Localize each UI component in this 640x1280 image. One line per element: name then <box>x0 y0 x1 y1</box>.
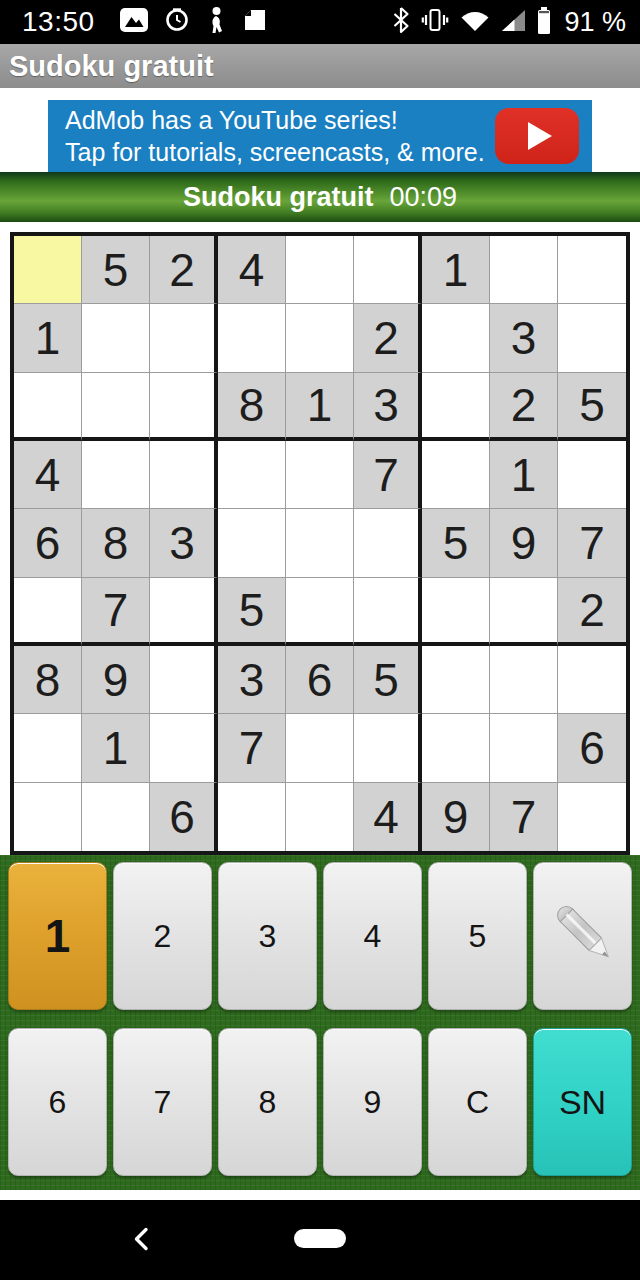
cell-r2c6[interactable]: 2 <box>354 304 422 372</box>
cell-r4c5[interactable] <box>286 441 354 509</box>
key-7[interactable]: 7 <box>113 1028 212 1176</box>
ad-text: AdMob has a YouTube series! Tap for tuto… <box>48 104 485 168</box>
cell-r3c5[interactable]: 1 <box>286 373 354 441</box>
key-pencil[interactable] <box>533 862 632 1010</box>
cell-r5c2[interactable]: 8 <box>82 509 150 577</box>
cell-r6c3[interactable] <box>150 578 218 646</box>
cell-r4c2[interactable] <box>82 441 150 509</box>
cell-r9c7[interactable]: 9 <box>422 783 490 851</box>
game-title: Sudoku gratuit <box>183 182 374 213</box>
cell-r6c7[interactable] <box>422 578 490 646</box>
notification-icons <box>119 6 268 38</box>
photos-icon <box>119 7 149 37</box>
cell-r4c9[interactable] <box>558 441 626 509</box>
cell-r1c5[interactable] <box>286 236 354 304</box>
key-8[interactable]: 8 <box>218 1028 317 1176</box>
cell-r2c3[interactable] <box>150 304 218 372</box>
cell-r3c4[interactable]: 8 <box>218 373 286 441</box>
cell-r8c4[interactable]: 7 <box>218 714 286 782</box>
cell-r3c7[interactable] <box>422 373 490 441</box>
key-clear[interactable]: C <box>428 1028 527 1176</box>
cell-signal-icon <box>501 9 526 36</box>
cell-r3c2[interactable] <box>82 373 150 441</box>
cell-r4c1[interactable]: 4 <box>14 441 82 509</box>
cell-r9c5[interactable] <box>286 783 354 851</box>
cell-r2c1[interactable]: 1 <box>14 304 82 372</box>
cell-r1c4[interactable]: 4 <box>218 236 286 304</box>
battery-icon <box>537 7 551 38</box>
cell-r2c2[interactable] <box>82 304 150 372</box>
home-pill[interactable] <box>294 1229 346 1248</box>
ad-line2: Tap for tutorials, screencasts, & more. <box>65 136 485 168</box>
cell-r6c4[interactable]: 5 <box>218 578 286 646</box>
cell-r1c1[interactable] <box>14 236 82 304</box>
cell-r5c4[interactable] <box>218 509 286 577</box>
cell-r8c7[interactable] <box>422 714 490 782</box>
clock-icon <box>164 7 190 37</box>
cell-r1c7[interactable]: 1 <box>422 236 490 304</box>
cell-r3c3[interactable] <box>150 373 218 441</box>
cell-r3c1[interactable] <box>14 373 82 441</box>
app-title-bar: Sudoku gratuit <box>0 44 640 88</box>
cell-r9c4[interactable] <box>218 783 286 851</box>
key-3[interactable]: 3 <box>218 862 317 1010</box>
cell-r3c6[interactable]: 3 <box>354 373 422 441</box>
cell-r3c9[interactable]: 5 <box>558 373 626 441</box>
cell-r6c2[interactable]: 7 <box>82 578 150 646</box>
cell-r9c6[interactable]: 4 <box>354 783 422 851</box>
cell-r8c8[interactable] <box>490 714 558 782</box>
cell-r1c9[interactable] <box>558 236 626 304</box>
ad-banner[interactable]: AdMob has a YouTube series! Tap for tuto… <box>48 100 592 172</box>
cell-r3c8[interactable]: 2 <box>490 373 558 441</box>
sudoku-board: 524112381325471683597752893651766497 <box>10 232 630 855</box>
cell-r8c2[interactable]: 1 <box>82 714 150 782</box>
key-9[interactable]: 9 <box>323 1028 422 1176</box>
cell-r5c5[interactable] <box>286 509 354 577</box>
key-2[interactable]: 2 <box>113 862 212 1010</box>
cell-r1c8[interactable] <box>490 236 558 304</box>
cell-r9c2[interactable] <box>82 783 150 851</box>
cell-r8c3[interactable] <box>150 714 218 782</box>
cell-r7c1[interactable]: 8 <box>14 646 82 714</box>
back-icon[interactable] <box>130 1226 156 1252</box>
cell-r8c9[interactable]: 6 <box>558 714 626 782</box>
cell-r2c7[interactable] <box>422 304 490 372</box>
game-timer: 00:09 <box>389 182 457 213</box>
system-status-icons: 91 % <box>392 6 626 38</box>
cell-r7c7[interactable] <box>422 646 490 714</box>
cell-r4c6[interactable]: 7 <box>354 441 422 509</box>
cell-r5c3[interactable]: 3 <box>150 509 218 577</box>
status-bar: 13:50 91 % <box>0 0 640 44</box>
keypad: 123456789CSN <box>0 855 640 1190</box>
cell-r7c2[interactable]: 9 <box>82 646 150 714</box>
bluetooth-icon <box>392 6 410 38</box>
cell-r2c8[interactable]: 3 <box>490 304 558 372</box>
play-triangle-icon <box>528 122 552 150</box>
cell-r5c6[interactable] <box>354 509 422 577</box>
cell-r5c1[interactable]: 6 <box>14 509 82 577</box>
cell-r6c9[interactable]: 2 <box>558 578 626 646</box>
cell-r1c2[interactable]: 5 <box>82 236 150 304</box>
cell-r7c5[interactable]: 6 <box>286 646 354 714</box>
cell-r7c4[interactable]: 3 <box>218 646 286 714</box>
spacer <box>0 222 640 232</box>
screenshot-icon <box>242 7 268 37</box>
clock-time: 13:50 <box>22 6 95 38</box>
cell-r7c3[interactable] <box>150 646 218 714</box>
ad-line1: AdMob has a YouTube series! <box>65 104 485 136</box>
ad-row: AdMob has a YouTube series! Tap for tuto… <box>0 100 640 172</box>
key-6[interactable]: 6 <box>8 1028 107 1176</box>
cell-r6c1[interactable] <box>14 578 82 646</box>
cell-r4c8[interactable]: 1 <box>490 441 558 509</box>
board-area: 524112381325471683597752893651766497 <box>0 232 640 855</box>
battery-percent: 91 % <box>564 7 626 38</box>
cell-r1c3[interactable]: 2 <box>150 236 218 304</box>
cell-r8c1[interactable] <box>14 714 82 782</box>
game-header-bar: Sudoku gratuit 00:09 <box>0 172 640 222</box>
cell-r6c6[interactable] <box>354 578 422 646</box>
cell-r6c8[interactable] <box>490 578 558 646</box>
cell-r5c9[interactable]: 7 <box>558 509 626 577</box>
android-nav-bar <box>0 1200 640 1280</box>
cell-r8c5[interactable] <box>286 714 354 782</box>
app-title: Sudoku gratuit <box>9 50 214 83</box>
key-1[interactable]: 1 <box>8 862 107 1010</box>
wifi-icon <box>460 9 490 36</box>
cell-r6c5[interactable] <box>286 578 354 646</box>
spacer <box>0 88 640 100</box>
cell-r7c9[interactable] <box>558 646 626 714</box>
cell-r1c6[interactable] <box>354 236 422 304</box>
key-5[interactable]: 5 <box>428 862 527 1010</box>
cell-r9c1[interactable] <box>14 783 82 851</box>
cell-r9c3[interactable]: 6 <box>150 783 218 851</box>
cell-r4c7[interactable] <box>422 441 490 509</box>
cell-r2c4[interactable] <box>218 304 286 372</box>
cell-r2c9[interactable] <box>558 304 626 372</box>
cell-r9c8[interactable]: 7 <box>490 783 558 851</box>
key-4[interactable]: 4 <box>323 862 422 1010</box>
person-icon <box>205 6 227 38</box>
cell-r5c8[interactable]: 9 <box>490 509 558 577</box>
cell-r4c3[interactable] <box>150 441 218 509</box>
spacer <box>0 1190 640 1200</box>
cell-r9c9[interactable] <box>558 783 626 851</box>
cell-r7c6[interactable]: 5 <box>354 646 422 714</box>
cell-r5c7[interactable]: 5 <box>422 509 490 577</box>
youtube-play-icon[interactable] <box>495 108 579 164</box>
cell-r4c4[interactable] <box>218 441 286 509</box>
key-sn[interactable]: SN <box>533 1028 632 1176</box>
cell-r7c8[interactable] <box>490 646 558 714</box>
pencil-icon <box>550 903 616 969</box>
cell-r2c5[interactable] <box>286 304 354 372</box>
vibrate-icon <box>421 7 449 37</box>
cell-r8c6[interactable] <box>354 714 422 782</box>
